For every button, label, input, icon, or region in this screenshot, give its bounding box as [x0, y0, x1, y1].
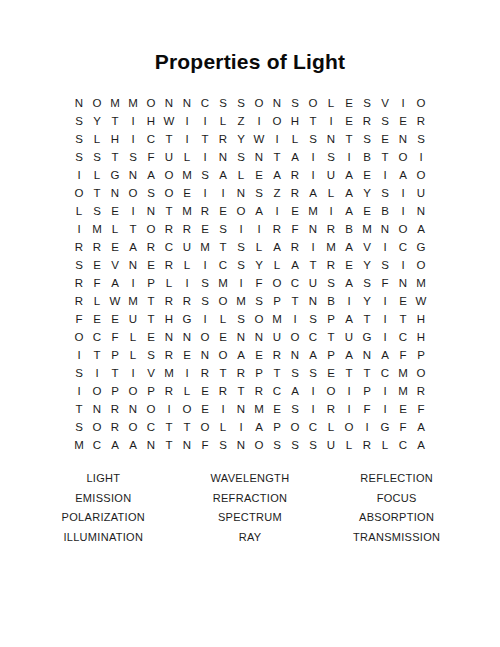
grid-cell[interactable]: P — [142, 274, 160, 292]
grid-cell[interactable]: O — [142, 94, 160, 112]
grid-cell[interactable]: N — [286, 346, 304, 364]
grid-cell[interactable]: E — [178, 184, 196, 202]
grid-cell[interactable]: S — [124, 148, 142, 166]
grid-cell[interactable]: I — [340, 148, 358, 166]
grid-cell[interactable]: C — [88, 328, 106, 346]
grid-cell[interactable]: N — [142, 202, 160, 220]
grid-cell[interactable]: R — [322, 220, 340, 238]
grid-cell[interactable]: A — [250, 202, 268, 220]
grid-cell[interactable]: H — [412, 310, 430, 328]
grid-cell[interactable]: S — [196, 292, 214, 310]
grid-cell[interactable]: S — [358, 94, 376, 112]
grid-cell[interactable]: I — [124, 202, 142, 220]
grid-cell[interactable]: C — [394, 328, 412, 346]
grid-cell[interactable]: R — [412, 112, 430, 130]
grid-cell[interactable]: O — [322, 382, 340, 400]
grid-cell[interactable]: R — [160, 382, 178, 400]
grid-cell[interactable]: L — [106, 220, 124, 238]
grid-cell[interactable]: I — [376, 166, 394, 184]
grid-cell[interactable]: E — [394, 112, 412, 130]
grid-cell[interactable]: I — [394, 202, 412, 220]
grid-cell[interactable]: E — [142, 256, 160, 274]
grid-cell[interactable]: I — [250, 112, 268, 130]
grid-cell[interactable]: T — [376, 148, 394, 166]
grid-cell[interactable]: A — [286, 148, 304, 166]
grid-cell[interactable]: Y — [358, 292, 376, 310]
grid-cell[interactable]: R — [70, 238, 88, 256]
grid-cell[interactable]: N — [304, 292, 322, 310]
grid-cell[interactable]: T — [214, 238, 232, 256]
grid-cell[interactable]: I — [214, 400, 232, 418]
grid-cell[interactable]: P — [106, 346, 124, 364]
grid-cell[interactable]: S — [286, 400, 304, 418]
grid-cell[interactable]: S — [304, 436, 322, 454]
grid-cell[interactable]: W — [412, 292, 430, 310]
grid-cell[interactable]: O — [214, 346, 232, 364]
grid-cell[interactable]: I — [376, 400, 394, 418]
grid-cell[interactable]: M — [106, 94, 124, 112]
grid-cell[interactable]: A — [412, 436, 430, 454]
grid-cell[interactable]: O — [178, 400, 196, 418]
grid-cell[interactable]: S — [358, 130, 376, 148]
grid-cell[interactable]: R — [214, 382, 232, 400]
grid-cell[interactable]: I — [286, 310, 304, 328]
grid-cell[interactable]: S — [70, 130, 88, 148]
grid-cell[interactable]: Z — [232, 112, 250, 130]
grid-cell[interactable]: F — [250, 274, 268, 292]
grid-cell[interactable]: P — [268, 292, 286, 310]
grid-cell[interactable]: A — [214, 166, 232, 184]
grid-cell[interactable]: I — [196, 184, 214, 202]
grid-cell[interactable]: S — [70, 364, 88, 382]
grid-cell[interactable]: N — [322, 130, 340, 148]
grid-cell[interactable]: I — [160, 400, 178, 418]
grid-cell[interactable]: V — [358, 238, 376, 256]
grid-cell[interactable]: N — [160, 94, 178, 112]
grid-cell[interactable]: R — [358, 436, 376, 454]
grid-cell[interactable]: E — [340, 94, 358, 112]
grid-cell[interactable]: A — [232, 346, 250, 364]
grid-cell[interactable]: R — [160, 292, 178, 310]
grid-cell[interactable]: C — [286, 274, 304, 292]
grid-cell[interactable]: P — [250, 364, 268, 382]
grid-cell[interactable]: N — [232, 184, 250, 202]
grid-cell[interactable]: O — [160, 166, 178, 184]
grid-cell[interactable]: M — [250, 400, 268, 418]
grid-cell[interactable]: E — [340, 112, 358, 130]
grid-cell[interactable]: C — [142, 418, 160, 436]
grid-cell[interactable]: L — [340, 436, 358, 454]
grid-cell[interactable]: R — [70, 274, 88, 292]
grid-cell[interactable]: S — [358, 274, 376, 292]
grid-cell[interactable]: N — [232, 328, 250, 346]
grid-cell[interactable]: E — [358, 202, 376, 220]
grid-cell[interactable]: T — [268, 364, 286, 382]
grid-cell[interactable]: M — [304, 202, 322, 220]
grid-cell[interactable]: U — [124, 310, 142, 328]
grid-cell[interactable]: S — [232, 256, 250, 274]
grid-cell[interactable]: L — [322, 184, 340, 202]
grid-cell[interactable]: L — [88, 130, 106, 148]
grid-cell[interactable]: G — [376, 418, 394, 436]
grid-cell[interactable]: I — [304, 148, 322, 166]
grid-cell[interactable]: N — [376, 220, 394, 238]
grid-cell[interactable]: Y — [232, 130, 250, 148]
grid-cell[interactable]: T — [196, 130, 214, 148]
grid-cell[interactable]: A — [412, 418, 430, 436]
grid-cell[interactable]: L — [250, 238, 268, 256]
grid-cell[interactable]: T — [340, 130, 358, 148]
grid-cell[interactable]: R — [142, 238, 160, 256]
grid-cell[interactable]: G — [106, 166, 124, 184]
grid-cell[interactable]: O — [268, 112, 286, 130]
grid-cell[interactable]: E — [88, 310, 106, 328]
grid-cell[interactable]: C — [394, 436, 412, 454]
grid-cell[interactable]: E — [142, 328, 160, 346]
grid-cell[interactable]: N — [250, 328, 268, 346]
grid-cell[interactable]: O — [268, 274, 286, 292]
grid-cell[interactable]: S — [304, 310, 322, 328]
grid-cell[interactable]: A — [340, 166, 358, 184]
grid-cell[interactable]: N — [124, 166, 142, 184]
grid-cell[interactable]: R — [358, 112, 376, 130]
grid-cell[interactable]: A — [340, 310, 358, 328]
grid-cell[interactable]: N — [232, 400, 250, 418]
grid-cell[interactable]: O — [70, 184, 88, 202]
grid-cell[interactable]: O — [394, 220, 412, 238]
grid-cell[interactable]: S — [142, 346, 160, 364]
grid-cell[interactable]: H — [106, 130, 124, 148]
grid-cell[interactable]: L — [322, 418, 340, 436]
grid-cell[interactable]: I — [196, 310, 214, 328]
grid-cell[interactable]: F — [286, 220, 304, 238]
grid-cell[interactable]: U — [340, 328, 358, 346]
grid-cell[interactable]: R — [214, 130, 232, 148]
grid-cell[interactable]: I — [178, 130, 196, 148]
grid-cell[interactable]: A — [250, 418, 268, 436]
grid-cell[interactable]: S — [196, 274, 214, 292]
grid-cell[interactable]: H — [286, 112, 304, 130]
grid-cell[interactable]: B — [358, 148, 376, 166]
grid-cell[interactable]: E — [214, 202, 232, 220]
grid-cell[interactable]: I — [358, 418, 376, 436]
grid-cell[interactable]: S — [304, 364, 322, 382]
grid-cell[interactable]: P — [322, 346, 340, 364]
grid-cell[interactable]: S — [70, 148, 88, 166]
grid-cell[interactable]: N — [394, 130, 412, 148]
grid-cell[interactable]: G — [358, 328, 376, 346]
grid-cell[interactable]: T — [106, 148, 124, 166]
grid-cell[interactable]: I — [412, 148, 430, 166]
grid-cell[interactable]: O — [412, 94, 430, 112]
grid-cell[interactable]: I — [304, 382, 322, 400]
grid-cell[interactable]: R — [178, 220, 196, 238]
grid-cell[interactable]: Z — [268, 184, 286, 202]
grid-cell[interactable]: E — [88, 256, 106, 274]
grid-cell[interactable]: A — [340, 202, 358, 220]
grid-cell[interactable]: S — [232, 310, 250, 328]
grid-cell[interactable]: I — [232, 274, 250, 292]
grid-cell[interactable]: N — [106, 184, 124, 202]
grid-cell[interactable]: N — [268, 94, 286, 112]
grid-cell[interactable]: E — [196, 220, 214, 238]
grid-cell[interactable]: T — [214, 364, 232, 382]
grid-cell[interactable]: R — [106, 400, 124, 418]
grid-cell[interactable]: P — [322, 310, 340, 328]
grid-cell[interactable]: M — [178, 166, 196, 184]
grid-cell[interactable]: A — [340, 184, 358, 202]
grid-cell[interactable]: R — [268, 220, 286, 238]
grid-cell[interactable]: O — [286, 418, 304, 436]
grid-cell[interactable]: N — [124, 400, 142, 418]
grid-cell[interactable]: F — [88, 274, 106, 292]
grid-cell[interactable]: T — [124, 220, 142, 238]
grid-cell[interactable]: M — [124, 94, 142, 112]
grid-cell[interactable]: O — [70, 328, 88, 346]
grid-cell[interactable]: C — [304, 418, 322, 436]
grid-cell[interactable]: E — [250, 166, 268, 184]
grid-cell[interactable]: R — [106, 418, 124, 436]
grid-cell[interactable]: H — [160, 310, 178, 328]
grid-cell[interactable]: S — [376, 112, 394, 130]
grid-cell[interactable]: M — [322, 238, 340, 256]
grid-cell[interactable]: O — [196, 418, 214, 436]
grid-cell[interactable]: N — [196, 346, 214, 364]
grid-cell[interactable]: A — [106, 274, 124, 292]
grid-cell[interactable]: E — [196, 400, 214, 418]
grid-cell[interactable]: A — [286, 382, 304, 400]
grid-cell[interactable]: I — [322, 112, 340, 130]
grid-cell[interactable]: A — [124, 238, 142, 256]
grid-cell[interactable]: E — [394, 292, 412, 310]
grid-cell[interactable]: O — [412, 256, 430, 274]
grid-cell[interactable]: A — [340, 346, 358, 364]
grid-cell[interactable]: B — [376, 202, 394, 220]
grid-cell[interactable]: E — [376, 130, 394, 148]
grid-cell[interactable]: O — [88, 382, 106, 400]
grid-cell[interactable]: R — [160, 256, 178, 274]
grid-cell[interactable]: I — [376, 292, 394, 310]
grid-cell[interactable]: H — [412, 328, 430, 346]
grid-cell[interactable]: L — [124, 328, 142, 346]
grid-cell[interactable]: N — [124, 256, 142, 274]
grid-cell[interactable]: T — [304, 256, 322, 274]
grid-cell[interactable]: L — [178, 148, 196, 166]
grid-cell[interactable]: S — [70, 256, 88, 274]
grid-cell[interactable]: M — [214, 274, 232, 292]
grid-cell[interactable]: L — [214, 112, 232, 130]
grid-cell[interactable]: O — [232, 202, 250, 220]
grid-cell[interactable]: R — [196, 364, 214, 382]
grid-cell[interactable]: S — [250, 292, 268, 310]
grid-cell[interactable]: I — [232, 418, 250, 436]
grid-cell[interactable]: C — [142, 130, 160, 148]
grid-cell[interactable]: I — [70, 382, 88, 400]
grid-cell[interactable]: A — [268, 166, 286, 184]
grid-cell[interactable]: O — [160, 184, 178, 202]
grid-cell[interactable]: S — [232, 238, 250, 256]
grid-cell[interactable]: S — [376, 184, 394, 202]
grid-cell[interactable]: N — [304, 220, 322, 238]
grid-cell[interactable]: G — [412, 238, 430, 256]
grid-cell[interactable]: N — [142, 436, 160, 454]
grid-cell[interactable]: I — [124, 112, 142, 130]
grid-cell[interactable]: E — [106, 202, 124, 220]
grid-cell[interactable]: M — [394, 364, 412, 382]
grid-cell[interactable]: I — [70, 220, 88, 238]
grid-cell[interactable]: O — [88, 418, 106, 436]
grid-cell[interactable]: L — [70, 202, 88, 220]
grid-cell[interactable]: I — [340, 382, 358, 400]
grid-cell[interactable]: U — [322, 166, 340, 184]
grid-cell[interactable]: F — [394, 418, 412, 436]
grid-cell[interactable]: I — [304, 166, 322, 184]
grid-cell[interactable]: E — [268, 400, 286, 418]
grid-cell[interactable]: U — [268, 328, 286, 346]
grid-cell[interactable]: I — [304, 400, 322, 418]
grid-cell[interactable]: F — [376, 274, 394, 292]
grid-cell[interactable]: O — [124, 382, 142, 400]
grid-cell[interactable]: T — [340, 364, 358, 382]
grid-cell[interactable]: I — [88, 364, 106, 382]
grid-cell[interactable]: F — [142, 148, 160, 166]
grid-cell[interactable]: S — [88, 148, 106, 166]
grid-cell[interactable]: O — [250, 310, 268, 328]
grid-cell[interactable]: R — [412, 382, 430, 400]
grid-cell[interactable]: S — [286, 436, 304, 454]
grid-cell[interactable]: I — [340, 292, 358, 310]
grid-cell[interactable]: S — [70, 418, 88, 436]
grid-cell[interactable]: E — [214, 328, 232, 346]
grid-cell[interactable]: N — [250, 148, 268, 166]
grid-cell[interactable]: R — [286, 166, 304, 184]
grid-cell[interactable]: T — [106, 364, 124, 382]
grid-cell[interactable]: S — [304, 130, 322, 148]
grid-cell[interactable]: P — [142, 382, 160, 400]
grid-cell[interactable]: M — [232, 292, 250, 310]
grid-cell[interactable]: E — [106, 310, 124, 328]
grid-cell[interactable]: O — [340, 418, 358, 436]
grid-cell[interactable]: T — [304, 112, 322, 130]
grid-cell[interactable]: R — [286, 238, 304, 256]
grid-cell[interactable]: U — [304, 274, 322, 292]
grid-cell[interactable]: N — [412, 202, 430, 220]
grid-cell[interactable]: N — [232, 436, 250, 454]
grid-cell[interactable]: V — [106, 256, 124, 274]
grid-cell[interactable]: F — [412, 400, 430, 418]
grid-cell[interactable]: V — [376, 94, 394, 112]
grid-cell[interactable]: N — [70, 94, 88, 112]
grid-cell[interactable]: I — [304, 238, 322, 256]
grid-cell[interactable]: C — [394, 238, 412, 256]
grid-cell[interactable]: I — [376, 382, 394, 400]
grid-cell[interactable]: I — [250, 220, 268, 238]
grid-cell[interactable]: I — [70, 166, 88, 184]
grid-cell[interactable]: N — [178, 436, 196, 454]
grid-cell[interactable]: L — [376, 436, 394, 454]
grid-cell[interactable]: I — [196, 112, 214, 130]
grid-cell[interactable]: S — [70, 112, 88, 130]
grid-cell[interactable]: B — [340, 220, 358, 238]
grid-cell[interactable]: M — [394, 382, 412, 400]
grid-cell[interactable]: T — [142, 310, 160, 328]
grid-cell[interactable]: E — [358, 166, 376, 184]
grid-cell[interactable]: I — [178, 112, 196, 130]
grid-cell[interactable]: R — [286, 184, 304, 202]
grid-cell[interactable]: S — [232, 148, 250, 166]
grid-cell[interactable]: U — [160, 148, 178, 166]
grid-cell[interactable]: I — [196, 256, 214, 274]
grid-cell[interactable]: R — [322, 400, 340, 418]
grid-cell[interactable]: I — [394, 256, 412, 274]
grid-cell[interactable]: C — [304, 328, 322, 346]
grid-cell[interactable]: R — [70, 292, 88, 310]
grid-cell[interactable]: G — [178, 310, 196, 328]
grid-cell[interactable]: T — [160, 418, 178, 436]
grid-cell[interactable]: E — [340, 256, 358, 274]
grid-cell[interactable]: O — [250, 436, 268, 454]
grid-cell[interactable]: T — [178, 418, 196, 436]
grid-cell[interactable]: S — [412, 130, 430, 148]
grid-cell[interactable]: S — [232, 94, 250, 112]
grid-cell[interactable]: C — [376, 364, 394, 382]
grid-cell[interactable]: L — [178, 256, 196, 274]
grid-cell[interactable]: T — [142, 292, 160, 310]
grid-cell[interactable]: E — [322, 364, 340, 382]
grid-cell[interactable]: S — [214, 220, 232, 238]
grid-cell[interactable]: L — [232, 166, 250, 184]
grid-cell[interactable]: I — [376, 310, 394, 328]
grid-cell[interactable]: I — [340, 400, 358, 418]
grid-cell[interactable]: E — [178, 346, 196, 364]
grid-cell[interactable]: O — [286, 328, 304, 346]
grid-cell[interactable]: A — [412, 220, 430, 238]
grid-cell[interactable]: C — [88, 436, 106, 454]
grid-cell[interactable]: S — [250, 184, 268, 202]
grid-cell[interactable]: N — [358, 346, 376, 364]
grid-cell[interactable]: W — [160, 112, 178, 130]
grid-cell[interactable]: T — [88, 184, 106, 202]
grid-cell[interactable]: S — [196, 166, 214, 184]
grid-cell[interactable]: O — [394, 148, 412, 166]
grid-cell[interactable]: P — [106, 382, 124, 400]
grid-cell[interactable]: L — [214, 310, 232, 328]
grid-cell[interactable]: T — [286, 292, 304, 310]
grid-cell[interactable]: O — [124, 184, 142, 202]
grid-cell[interactable]: L — [322, 94, 340, 112]
grid-cell[interactable]: L — [88, 166, 106, 184]
grid-cell[interactable]: I — [268, 202, 286, 220]
grid-cell[interactable]: I — [178, 274, 196, 292]
grid-cell[interactable]: N — [178, 328, 196, 346]
grid-cell[interactable]: A — [142, 166, 160, 184]
grid-cell[interactable]: H — [142, 112, 160, 130]
grid-cell[interactable]: N — [214, 148, 232, 166]
grid-cell[interactable]: O — [142, 400, 160, 418]
grid-cell[interactable]: N — [178, 94, 196, 112]
grid-cell[interactable]: P — [358, 382, 376, 400]
grid-cell[interactable]: O — [412, 166, 430, 184]
grid-cell[interactable]: F — [106, 328, 124, 346]
grid-cell[interactable]: S — [322, 274, 340, 292]
grid-cell[interactable]: L — [268, 256, 286, 274]
grid-cell[interactable]: T — [394, 310, 412, 328]
grid-cell[interactable]: Y — [358, 184, 376, 202]
grid-cell[interactable]: I — [124, 130, 142, 148]
grid-cell[interactable]: S — [322, 148, 340, 166]
grid-cell[interactable]: S — [214, 436, 232, 454]
grid-cell[interactable]: I — [178, 364, 196, 382]
